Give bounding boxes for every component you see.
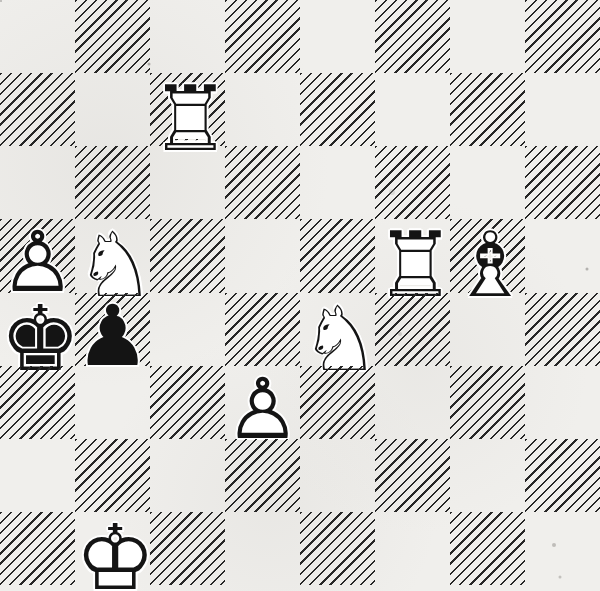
white-pawn-a5: ♟♙ <box>0 219 75 292</box>
square-a6 <box>0 146 75 219</box>
square-b6 <box>75 146 150 219</box>
square-a4: ♚♚ <box>0 293 75 366</box>
square-d7 <box>225 73 300 146</box>
square-d6 <box>225 146 300 219</box>
square-c6 <box>150 146 225 219</box>
square-f8 <box>375 0 450 73</box>
black-king-a4: ♚♚ <box>0 293 75 366</box>
square-a1 <box>0 512 75 585</box>
square-g4 <box>450 293 525 366</box>
square-h4 <box>525 293 600 366</box>
square-c7: ♜♖ <box>150 73 225 146</box>
black-pawn-b4: ♟♟ <box>75 293 150 366</box>
square-g7 <box>450 73 525 146</box>
square-f2 <box>375 439 450 512</box>
square-b4: ♟♟ <box>75 293 150 366</box>
square-h3 <box>525 366 600 439</box>
white-knight-b5: ♞♘ <box>75 219 150 292</box>
square-a8 <box>0 0 75 73</box>
square-d2 <box>225 439 300 512</box>
square-d5 <box>225 219 300 292</box>
paper-specks <box>0 0 2 2</box>
square-c2 <box>150 439 225 512</box>
square-f3 <box>375 366 450 439</box>
square-f6 <box>375 146 450 219</box>
square-c4 <box>150 293 225 366</box>
square-a2 <box>0 439 75 512</box>
square-h2 <box>525 439 600 512</box>
white-king-b1: ♚♔ <box>75 512 150 585</box>
square-e2 <box>300 439 375 512</box>
square-c1 <box>150 512 225 585</box>
square-f7 <box>375 73 450 146</box>
square-d3: ♟♙ <box>225 366 300 439</box>
white-rook-f5: ♜♖ <box>375 219 450 292</box>
square-d8 <box>225 0 300 73</box>
square-h6 <box>525 146 600 219</box>
square-a3 <box>0 366 75 439</box>
square-d1 <box>225 512 300 585</box>
square-e1 <box>300 512 375 585</box>
white-king-icon: ♔ <box>75 513 156 591</box>
white-knight-e4: ♞♘ <box>300 293 375 366</box>
square-b8 <box>75 0 150 73</box>
square-a7 <box>0 73 75 146</box>
square-g1 <box>450 512 525 585</box>
square-e7 <box>300 73 375 146</box>
square-c8 <box>150 0 225 73</box>
white-rook-c7: ♜♖ <box>150 73 225 146</box>
printed-chess-diagram: ♜♖♟♙♞♘♜♖♝♗♚♚♟♟♞♘♟♙♚♔ <box>0 0 600 591</box>
square-f5: ♜♖ <box>375 219 450 292</box>
square-e8 <box>300 0 375 73</box>
square-a5: ♟♙ <box>0 219 75 292</box>
square-g3 <box>450 366 525 439</box>
square-e5 <box>300 219 375 292</box>
white-pawn-d3: ♟♙ <box>225 366 300 439</box>
square-b7 <box>75 73 150 146</box>
square-b2 <box>75 439 150 512</box>
square-c5 <box>150 219 225 292</box>
square-b3 <box>75 366 150 439</box>
square-g6 <box>450 146 525 219</box>
chess-board: ♜♖♟♙♞♘♜♖♝♗♚♚♟♟♞♘♟♙♚♔ <box>0 0 600 585</box>
square-g5: ♝♗ <box>450 219 525 292</box>
square-h5 <box>525 219 600 292</box>
square-h7 <box>525 73 600 146</box>
square-e6 <box>300 146 375 219</box>
square-e3 <box>300 366 375 439</box>
square-b5: ♞♘ <box>75 219 150 292</box>
square-c3 <box>150 366 225 439</box>
white-king-fill: ♚ <box>75 513 156 591</box>
square-f4 <box>375 293 450 366</box>
square-g8 <box>450 0 525 73</box>
white-bishop-g5: ♝♗ <box>450 219 525 292</box>
square-e4: ♞♘ <box>300 293 375 366</box>
square-h8 <box>525 0 600 73</box>
square-d4 <box>225 293 300 366</box>
square-h1 <box>525 512 600 585</box>
square-g2 <box>450 439 525 512</box>
square-b1: ♚♔ <box>75 512 150 585</box>
square-f1 <box>375 512 450 585</box>
